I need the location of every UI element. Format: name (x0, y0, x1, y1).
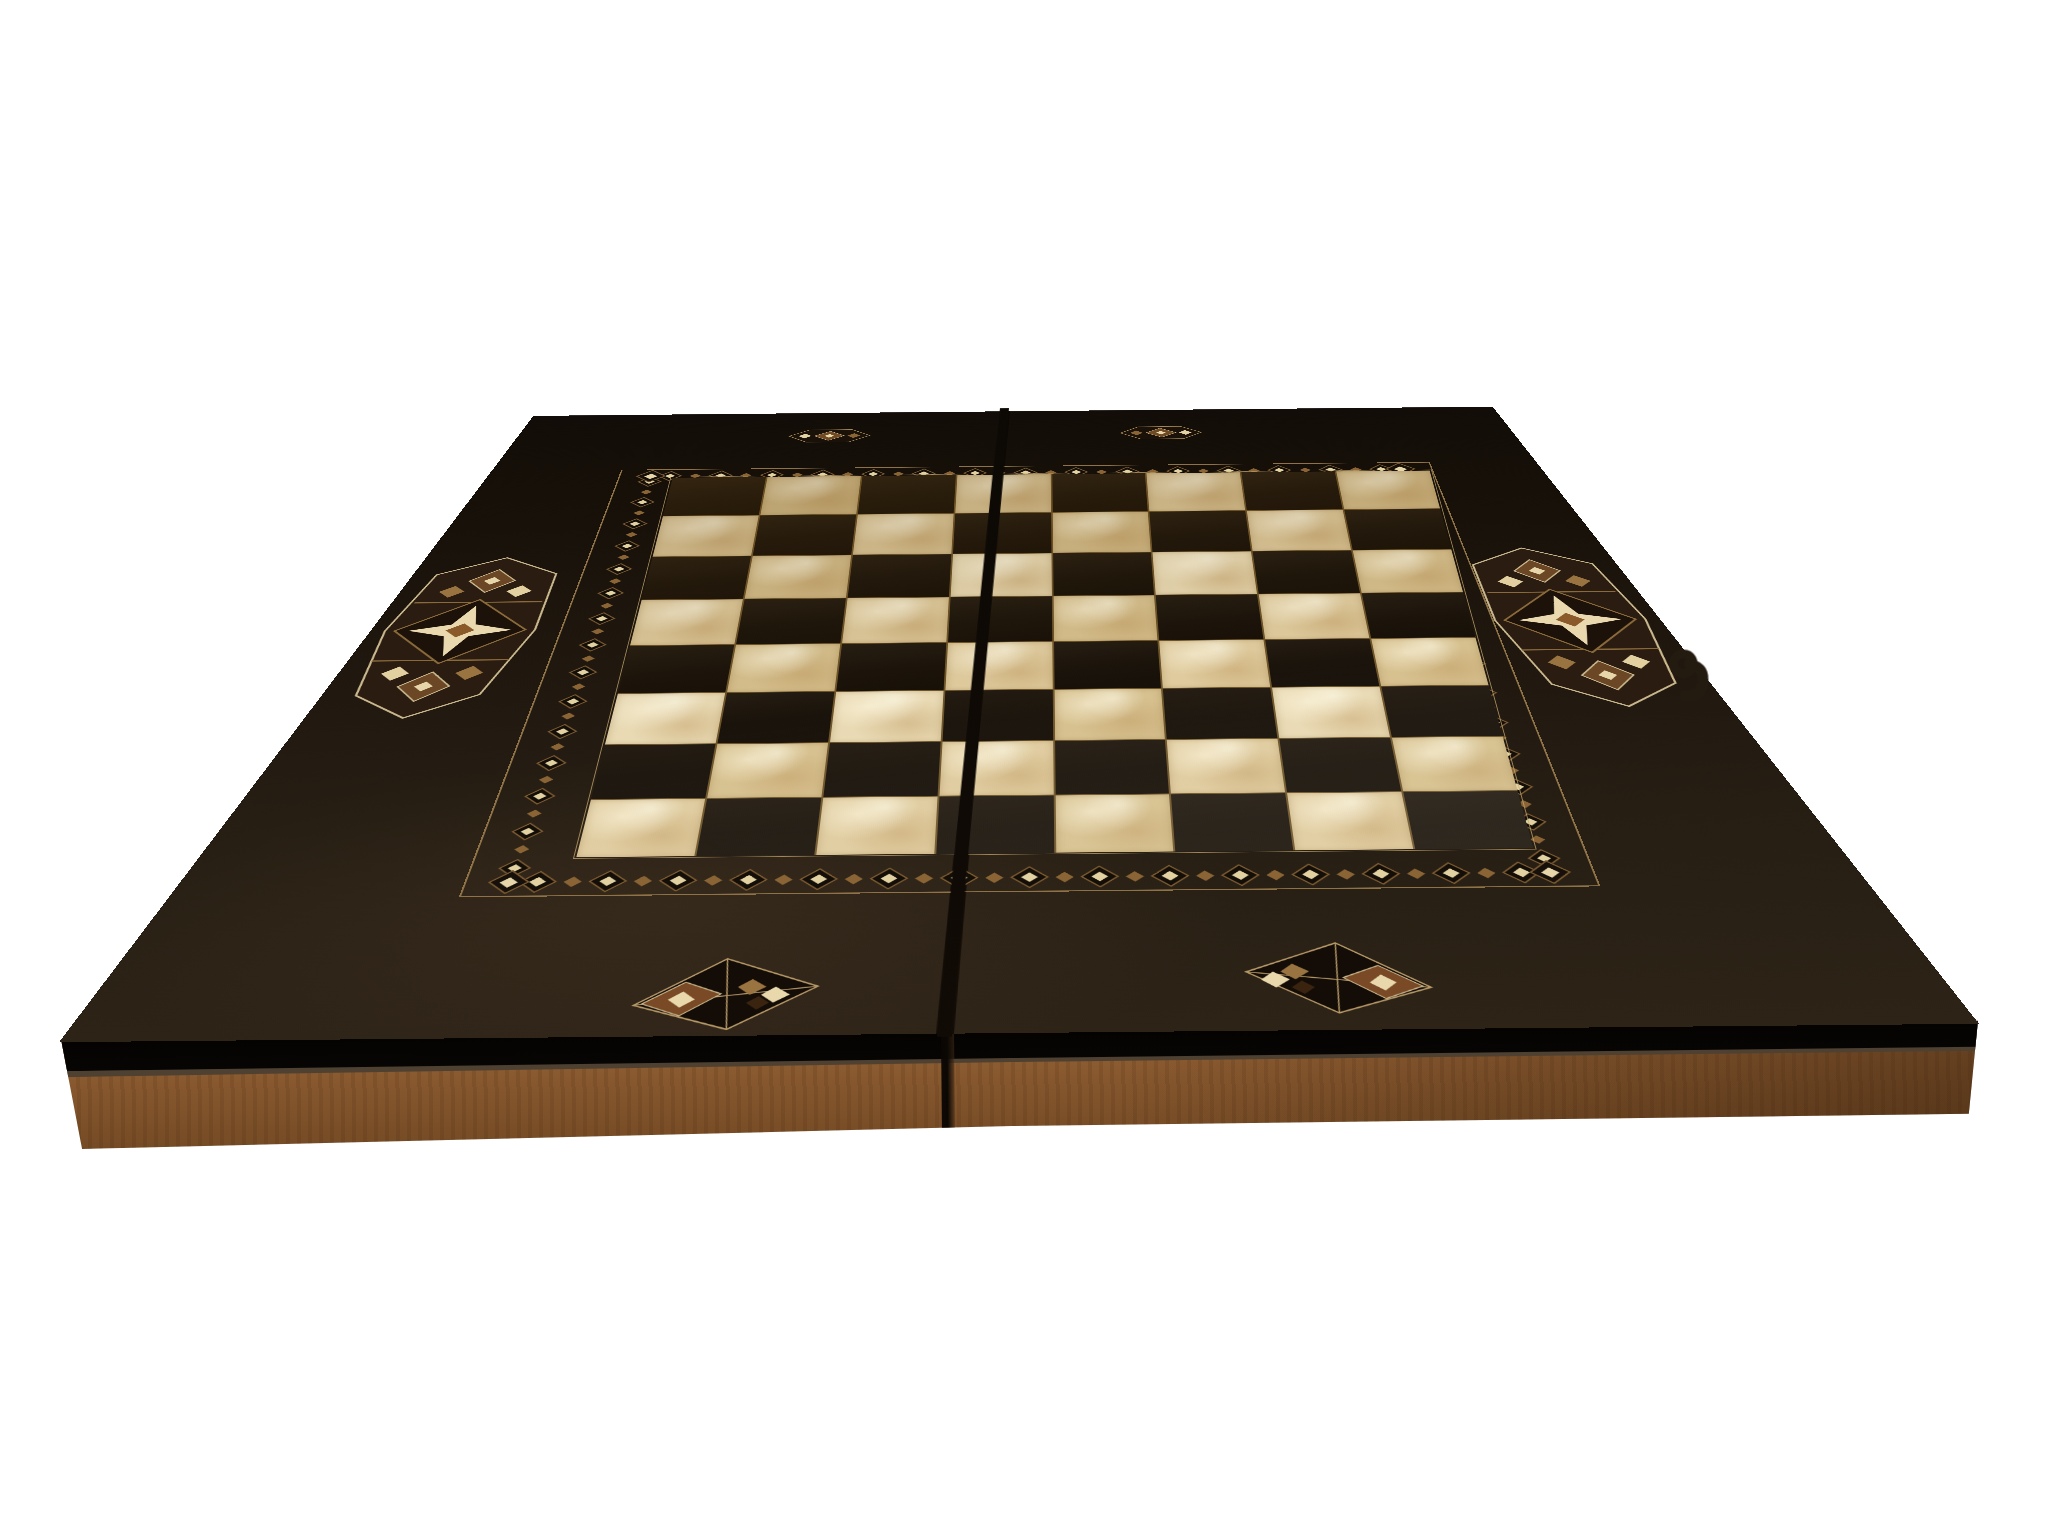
pearl-diamond-inlay (940, 867, 979, 889)
pearl-diamond-inlay (1361, 863, 1400, 885)
brown-diamond-inlay (1266, 870, 1284, 880)
brown-diamond-inlay (633, 510, 644, 515)
square-g7[interactable] (1247, 510, 1351, 551)
square-d5[interactable] (948, 596, 1052, 642)
pearl-diamond-inlay (1150, 865, 1189, 887)
square-h7[interactable] (1344, 509, 1451, 550)
pearl-diamond-inlay (558, 694, 587, 709)
square-e5[interactable] (1053, 595, 1158, 641)
brown-diamond-inlay (774, 874, 792, 884)
kite-motif-right (1233, 934, 1449, 1023)
square-g2[interactable] (1280, 738, 1402, 793)
pearl-diamond-inlay (614, 540, 640, 551)
brown-diamond-inlay (1337, 869, 1355, 879)
square-a1[interactable] (576, 799, 705, 857)
brown-diamond-inlay (538, 776, 552, 784)
brown-diamond-inlay (915, 873, 933, 883)
square-g5[interactable] (1259, 593, 1369, 639)
brown-diamond-inlay (571, 683, 584, 690)
lozenge-motif-right (1117, 423, 1206, 442)
square-h4[interactable] (1371, 638, 1488, 686)
square-g6[interactable] (1253, 550, 1360, 593)
square-f3[interactable] (1163, 688, 1277, 739)
board-grid (576, 471, 1533, 858)
square-a2[interactable] (591, 744, 715, 799)
brown-diamond-inlay (1056, 872, 1074, 882)
square-h5[interactable] (1362, 592, 1475, 638)
pearl-diamond-inlay (588, 870, 627, 892)
square-a5[interactable] (630, 599, 743, 645)
square-c2[interactable] (823, 742, 940, 797)
square-e4[interactable] (1054, 641, 1162, 689)
photo-canvas (0, 0, 2048, 1536)
pearl-diamond-inlay (869, 867, 908, 889)
square-e7[interactable] (1052, 512, 1151, 553)
pearl-diamond-inlay (511, 822, 543, 840)
square-b8[interactable] (760, 476, 860, 515)
square-b7[interactable] (753, 515, 856, 556)
square-b4[interactable] (727, 644, 840, 692)
square-d6[interactable] (950, 553, 1051, 596)
square-g4[interactable] (1265, 639, 1379, 687)
square-h2[interactable] (1392, 737, 1517, 791)
pearl-diamond-inlay (1432, 862, 1471, 884)
square-c4[interactable] (836, 643, 946, 691)
lozenge-motif-left (784, 427, 874, 446)
brown-diamond-inlay (617, 555, 629, 560)
pearl-diamond-inlay (588, 612, 615, 625)
square-h3[interactable] (1381, 686, 1502, 737)
pearl-diamond-inlay (579, 638, 607, 651)
brown-diamond-inlay (609, 578, 621, 584)
square-f1[interactable] (1171, 793, 1293, 851)
brown-diamond-inlay (1477, 868, 1495, 878)
brown-diamond-inlay (845, 874, 863, 884)
square-g8[interactable] (1242, 471, 1343, 510)
pearl-diamond-inlay (1010, 866, 1049, 888)
square-d4[interactable] (945, 642, 1052, 690)
pearl-diamond-inlay (597, 587, 624, 599)
square-b3[interactable] (717, 692, 834, 743)
brown-diamond-inlay (1196, 870, 1214, 880)
square-c6[interactable] (847, 554, 951, 597)
square-e3[interactable] (1054, 689, 1165, 740)
pearl-diamond-inlay (1221, 864, 1260, 886)
square-h1[interactable] (1403, 791, 1533, 849)
square-f6[interactable] (1153, 551, 1257, 594)
brown-diamond-inlay (564, 876, 582, 886)
square-b5[interactable] (736, 598, 846, 644)
square-b2[interactable] (707, 743, 828, 798)
square-c7[interactable] (853, 514, 954, 555)
pearl-diamond-inlay (1291, 863, 1330, 885)
brown-diamond-inlay (526, 810, 541, 818)
square-h6[interactable] (1353, 549, 1463, 592)
pearl-diamond-inlay (524, 788, 556, 805)
square-a7[interactable] (653, 515, 759, 556)
square-d7[interactable] (953, 513, 1051, 554)
brown-diamond-inlay (561, 713, 575, 720)
brown-diamond-inlay (1126, 871, 1144, 881)
pearl-diamond-inlay (536, 755, 567, 771)
square-g3[interactable] (1272, 687, 1390, 738)
square-a8[interactable] (663, 477, 766, 516)
square-e8[interactable] (1052, 473, 1148, 512)
square-d2[interactable] (939, 741, 1053, 796)
pearl-diamond-inlay (799, 868, 838, 890)
square-f2[interactable] (1167, 739, 1285, 794)
brown-diamond-inlay (550, 743, 564, 750)
board-group (0, 0, 2048, 1536)
brown-diamond-inlay (581, 655, 594, 661)
brown-diamond-inlay (634, 876, 652, 886)
square-d3[interactable] (942, 690, 1053, 741)
brown-diamond-inlay (985, 872, 1003, 882)
square-f8[interactable] (1147, 472, 1246, 511)
pearl-diamond-inlay (569, 665, 598, 679)
latch-clasp (1661, 645, 1732, 716)
square-f5[interactable] (1156, 594, 1264, 640)
pearl-diamond-inlay (630, 497, 655, 507)
brown-diamond-inlay (591, 629, 604, 635)
square-a6[interactable] (642, 556, 751, 599)
pearl-diamond-inlay (547, 724, 577, 739)
square-f7[interactable] (1150, 511, 1251, 552)
brown-diamond-inlay (514, 845, 529, 853)
brown-diamond-inlay (600, 603, 612, 609)
square-c5[interactable] (842, 597, 949, 643)
square-c8[interactable] (858, 475, 956, 514)
square-d1[interactable] (936, 796, 1054, 854)
pearl-diamond-inlay (659, 869, 698, 891)
pearl-diamond-inlay (729, 869, 768, 891)
square-a3[interactable] (605, 693, 725, 744)
pearl-diamond-inlay (1080, 865, 1119, 887)
square-h8[interactable] (1336, 471, 1440, 510)
brown-diamond-inlay (704, 875, 722, 885)
chess-board (572, 469, 1538, 859)
square-c3[interactable] (830, 691, 943, 742)
square-g1[interactable] (1287, 792, 1413, 850)
square-c1[interactable] (816, 797, 937, 855)
square-e2[interactable] (1055, 740, 1170, 795)
brown-diamond-inlay (625, 532, 637, 537)
kite-motif-left (617, 953, 831, 1035)
square-b6[interactable] (745, 555, 851, 598)
brown-diamond-inlay (640, 490, 651, 495)
square-f4[interactable] (1160, 640, 1271, 688)
brown-diamond-inlay (1407, 868, 1425, 878)
square-b1[interactable] (696, 798, 821, 856)
square-e6[interactable] (1053, 552, 1155, 595)
pearl-diamond-inlay (622, 518, 647, 529)
square-d8[interactable] (955, 474, 1051, 513)
pearl-diamond-inlay (606, 563, 632, 575)
square-e1[interactable] (1055, 794, 1173, 852)
square-a4[interactable] (618, 645, 734, 693)
